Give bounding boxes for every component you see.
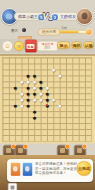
promo-cta-button[interactable]: 去挑战 [77,161,92,176]
left-player-pill: 棋盘小霸王 5 [14,12,46,21]
side-label: 黑方 [11,28,18,33]
mode-chip: 经典对局 [38,29,60,36]
stone: ● [13,102,17,109]
promo-thumb-figure-1 [13,166,18,172]
stone: ● [58,72,62,79]
stone: ● [26,102,30,109]
stone: ● [32,114,36,121]
activity-reward-icon[interactable] [85,29,92,36]
banner-corner-glyph [11,186,15,190]
banner-corner-icon[interactable] [8,183,17,190]
black-stone-icon [22,28,26,32]
prop-badge-2 [23,144,28,149]
right-player-level-badge: 3 [51,14,59,22]
counter-line2: 88% [38,46,57,50]
stone: ● [39,96,43,103]
status-row: 黑方 经典对局 活跃 [0,27,95,35]
stone: ● [51,66,55,73]
stone: ● [32,96,36,103]
right-avatar-figure [82,13,88,20]
stone: ● [13,84,17,91]
gift-bag-icon[interactable]: 礼包 [25,40,37,53]
prop-icon-2 [18,148,23,153]
player-bar: 棋盘小霸王 5 VS 3 文静棋友 [0,8,95,26]
promo-bubble[interactable]: 恭喜你获得新道具！快和好友一起来挑战吧，还有更多惊喜奖励等你来拿！ 去挑战 [7,159,93,182]
prop-icon-3 [60,148,65,153]
stone: ● [58,102,62,109]
game-screen: 棋盘小霸王 5 VS 3 文静棋友 黑方 经典对局 活跃 ☺ ☺ 礼包 现金红包… [0,0,95,190]
stone: ● [19,78,23,85]
left-player-name: 棋盘小霸王 [18,14,38,20]
undo-button[interactable]: 悔棋 [72,42,83,50]
promo-thumb-orange[interactable] [10,162,21,177]
promo-banner: 恭喜你获得新道具！快和好友一起来挑战吧，还有更多惊喜奖励等你来拿！ 去挑战 [0,155,95,190]
counter-panel[interactable]: 现金红包 88% [38,41,58,51]
activity-bar [59,30,87,34]
resign-button[interactable]: 认输 [84,42,95,50]
prop-icon-4 [77,148,82,153]
promo-thumb-figure-2 [25,166,30,172]
prop-badge-3 [65,144,70,149]
stone: ● [51,96,55,103]
promo-text: 恭喜你获得新道具！快和好友一起来挑战吧，还有更多惊喜奖励等你来拿！ [35,162,77,180]
prop-badge-4 [82,144,87,149]
promo-thumb-blue[interactable] [22,162,33,177]
hint-button[interactable]: 提示 [57,42,70,50]
board-grid[interactable]: ●●●●●●●●●●●●●●●●●●●●●●●●●●●●●●● [2,57,92,142]
gift-bag-label: 礼包 [27,44,35,49]
stone: ● [19,102,23,109]
right-player-name: 文静棋友 [60,14,76,20]
right-player-avatar[interactable] [76,8,93,25]
smiley-icon[interactable]: ☺ [14,41,24,51]
emote-button[interactable]: ☺ [2,41,13,52]
prop-icon-1 [6,148,11,153]
toolbar: ☺ ☺ 礼包 现金红包 88% 提示 悔棋 认输 [0,39,95,53]
activity-bar-fill [60,31,79,34]
left-avatar-figure [6,14,13,20]
last-move-marker [46,104,48,106]
stage: 棋盘小霸王 5 VS 3 文静棋友 黑方 经典对局 活跃 ☺ ☺ 礼包 现金红包… [0,0,95,190]
gomoku-board[interactable]: ●●●●●●●●●●●●●●●●●●●●●●●●●●●●●●● [0,55,95,144]
